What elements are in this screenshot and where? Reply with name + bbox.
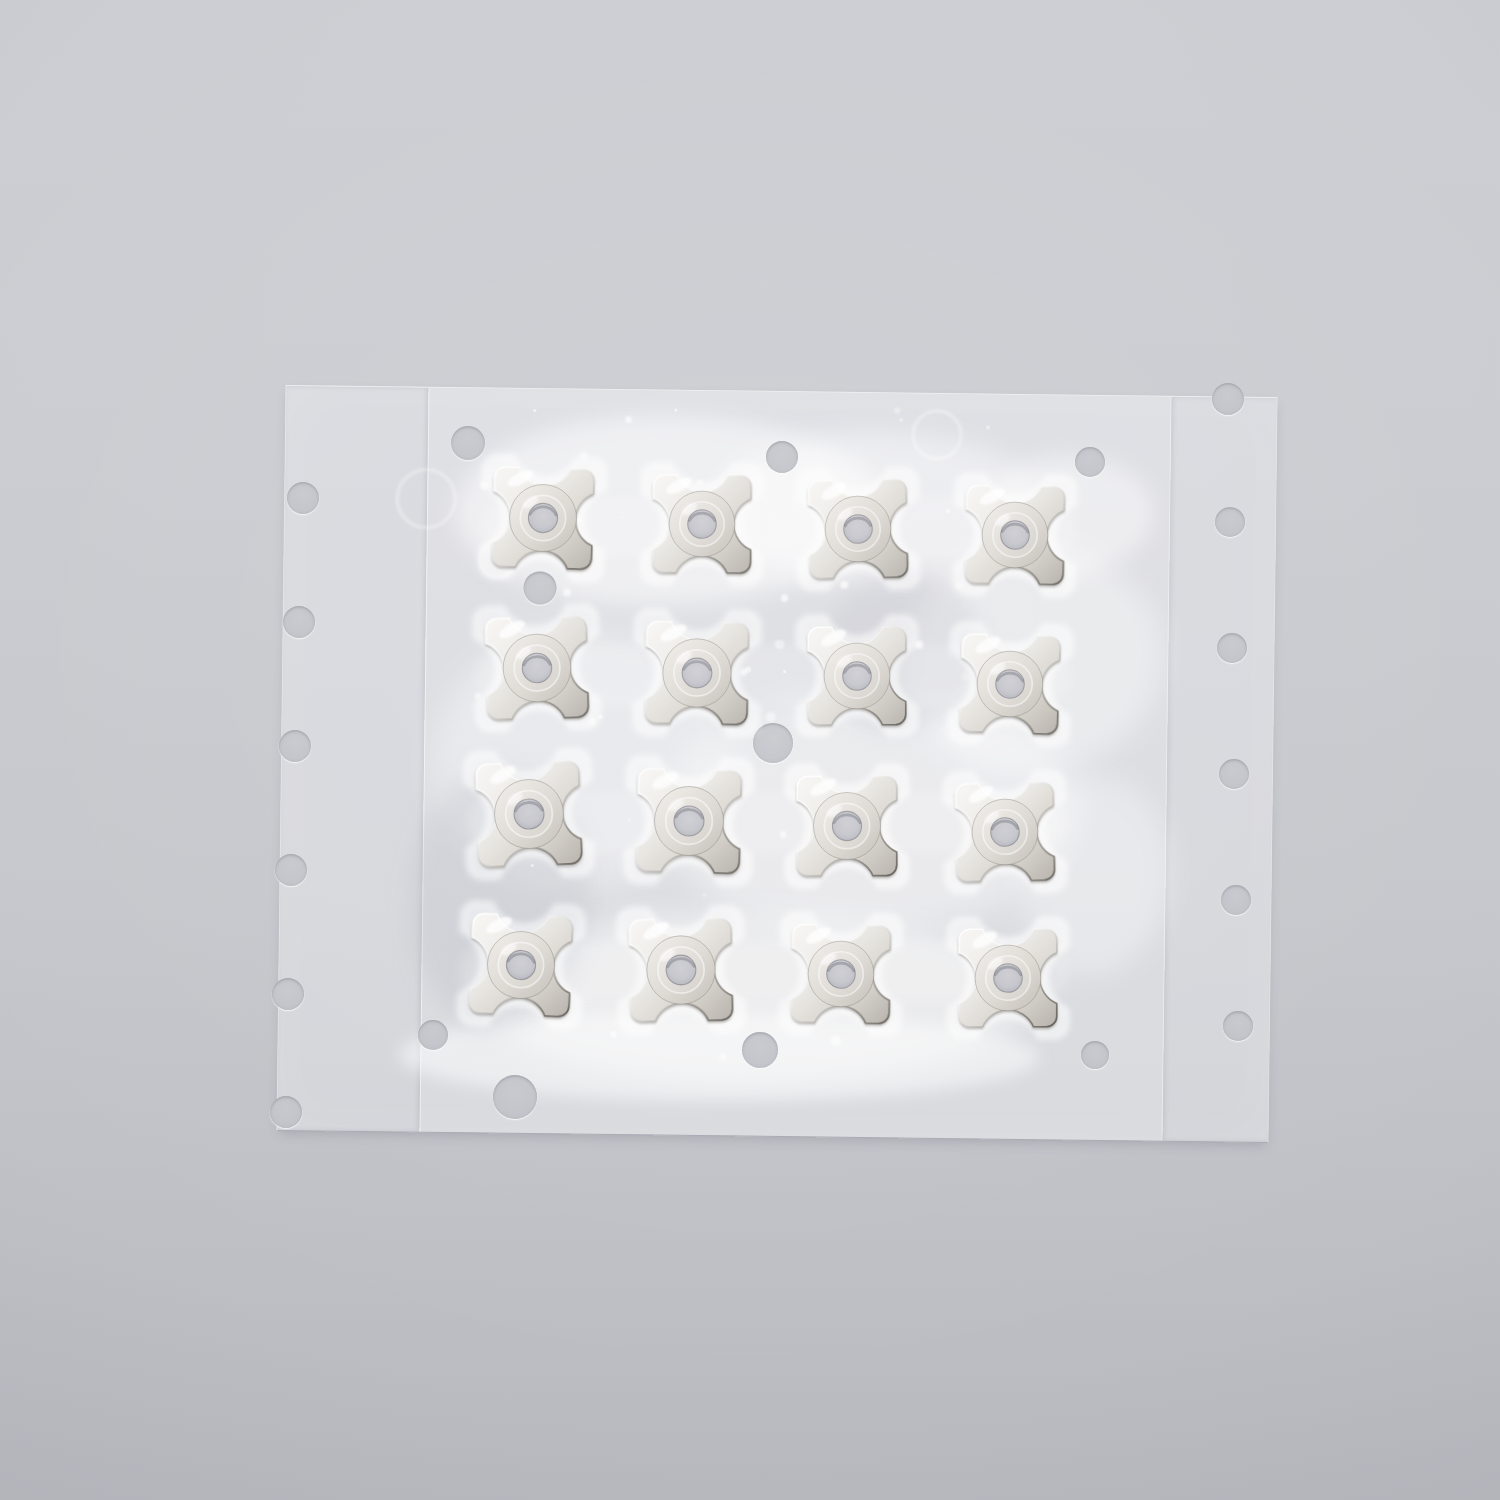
dome-svg	[618, 594, 775, 751]
metal-dome-r1c3	[783, 454, 934, 605]
dome-svg	[459, 590, 616, 747]
product-photo	[0, 0, 1500, 1500]
dome-svg	[609, 741, 769, 901]
metal-dome-r1c1	[465, 440, 622, 597]
dome-svg	[627, 449, 777, 599]
metal-dome-r2c3	[783, 602, 931, 750]
metal-dome-r4c4	[934, 904, 1082, 1052]
metal-dome-r2c4	[933, 607, 1086, 760]
metal-dome-r3c1	[448, 733, 609, 894]
metal-dome-r4c3	[766, 899, 917, 1050]
metal-dome-r4c2	[602, 891, 759, 1048]
metal-dome-r4c1	[442, 886, 600, 1044]
dome-svg	[783, 454, 934, 605]
dome-svg	[442, 886, 600, 1044]
metal-dome-r3c4	[930, 757, 1081, 908]
dome-svg	[934, 904, 1082, 1052]
metal-dome-r3c2	[609, 741, 769, 901]
metal-dome-r2c1	[459, 590, 616, 747]
dome-grid	[0, 0, 1500, 1500]
dome-svg	[602, 891, 759, 1048]
metal-dome-r1c4	[940, 460, 1091, 611]
dome-svg	[465, 440, 622, 597]
metal-dome-r3c3	[771, 750, 922, 901]
dome-svg	[933, 607, 1086, 760]
dome-svg	[766, 899, 917, 1050]
dome-svg	[783, 602, 931, 750]
dome-svg	[448, 733, 609, 894]
dome-svg	[771, 750, 922, 901]
dome-svg	[930, 757, 1081, 908]
dome-svg	[940, 460, 1091, 611]
metal-dome-r2c2	[618, 594, 775, 751]
metal-dome-r1c2	[627, 449, 777, 599]
